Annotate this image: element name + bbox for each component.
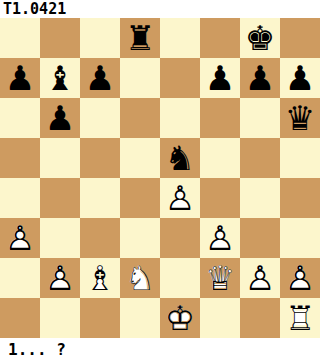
square-e1[interactable]: ♚♔ — [160, 298, 200, 338]
square-f3[interactable]: ♟♙ — [200, 218, 240, 258]
black-pawn-piece: ♟ — [40, 98, 80, 138]
square-e5[interactable]: ♞ — [160, 138, 200, 178]
white-rook-fill: ♜ — [280, 298, 320, 338]
square-a7[interactable]: ♟ — [0, 58, 40, 98]
square-e8[interactable] — [160, 18, 200, 58]
white-bishop-piece: ♗ — [80, 258, 120, 298]
white-king-piece: ♔ — [160, 298, 200, 338]
white-knight-piece: ♘ — [120, 258, 160, 298]
square-d5[interactable] — [120, 138, 160, 178]
square-c8[interactable] — [80, 18, 120, 58]
square-f1[interactable] — [200, 298, 240, 338]
white-queen-piece: ♕ — [200, 258, 240, 298]
square-g5[interactable] — [240, 138, 280, 178]
white-king-fill: ♚ — [160, 298, 200, 338]
white-bishop-fill: ♝ — [80, 258, 120, 298]
square-b3[interactable] — [40, 218, 80, 258]
square-c3[interactable] — [80, 218, 120, 258]
square-e6[interactable] — [160, 98, 200, 138]
white-pawn-fill: ♟ — [280, 258, 320, 298]
square-g3[interactable] — [240, 218, 280, 258]
square-c6[interactable] — [80, 98, 120, 138]
square-h8[interactable] — [280, 18, 320, 58]
square-h2[interactable]: ♟♙ — [280, 258, 320, 298]
square-a1[interactable] — [0, 298, 40, 338]
white-pawn-fill: ♟ — [240, 258, 280, 298]
white-pawn-piece: ♙ — [280, 258, 320, 298]
black-queen-piece: ♛ — [280, 98, 320, 138]
square-b2[interactable]: ♟♙ — [40, 258, 80, 298]
square-f5[interactable] — [200, 138, 240, 178]
square-a5[interactable] — [0, 138, 40, 178]
square-g2[interactable]: ♟♙ — [240, 258, 280, 298]
square-f4[interactable] — [200, 178, 240, 218]
white-pawn-fill: ♟ — [40, 258, 80, 298]
chess-board: ♜♚♟♝♟♟♟♟♟♛♞♟♙♟♙♟♙♟♙♝♗♞♘♛♕♟♙♟♙♚♔♜♖ — [0, 18, 320, 338]
square-h5[interactable] — [280, 138, 320, 178]
square-h1[interactable]: ♜♖ — [280, 298, 320, 338]
white-pawn-piece: ♙ — [160, 178, 200, 218]
square-b7[interactable]: ♝ — [40, 58, 80, 98]
square-a4[interactable] — [0, 178, 40, 218]
square-d8[interactable]: ♜ — [120, 18, 160, 58]
square-g8[interactable]: ♚ — [240, 18, 280, 58]
square-b6[interactable]: ♟ — [40, 98, 80, 138]
white-pawn-piece: ♙ — [200, 218, 240, 258]
black-pawn-piece: ♟ — [200, 58, 240, 98]
black-king-piece: ♚ — [240, 18, 280, 58]
square-c2[interactable]: ♝♗ — [80, 258, 120, 298]
square-d7[interactable] — [120, 58, 160, 98]
square-h3[interactable] — [280, 218, 320, 258]
square-c4[interactable] — [80, 178, 120, 218]
square-d3[interactable] — [120, 218, 160, 258]
white-pawn-fill: ♟ — [0, 218, 40, 258]
square-c5[interactable] — [80, 138, 120, 178]
square-c7[interactable]: ♟ — [80, 58, 120, 98]
black-knight-piece: ♞ — [160, 138, 200, 178]
square-g1[interactable] — [240, 298, 280, 338]
square-g6[interactable] — [240, 98, 280, 138]
move-prompt: 1... ? — [0, 338, 320, 360]
square-d4[interactable] — [120, 178, 160, 218]
black-bishop-piece: ♝ — [40, 58, 80, 98]
white-knight-fill: ♞ — [120, 258, 160, 298]
white-pawn-piece: ♙ — [240, 258, 280, 298]
white-rook-piece: ♖ — [280, 298, 320, 338]
square-d1[interactable] — [120, 298, 160, 338]
square-f2[interactable]: ♛♕ — [200, 258, 240, 298]
white-pawn-fill: ♟ — [160, 178, 200, 218]
square-a6[interactable] — [0, 98, 40, 138]
black-rook-piece: ♜ — [120, 18, 160, 58]
square-b8[interactable] — [40, 18, 80, 58]
black-pawn-piece: ♟ — [0, 58, 40, 98]
square-g4[interactable] — [240, 178, 280, 218]
black-pawn-piece: ♟ — [240, 58, 280, 98]
square-f8[interactable] — [200, 18, 240, 58]
square-g7[interactable]: ♟ — [240, 58, 280, 98]
square-a3[interactable]: ♟♙ — [0, 218, 40, 258]
puzzle-title: T1.0421 — [0, 0, 320, 18]
black-pawn-piece: ♟ — [280, 58, 320, 98]
black-pawn-piece: ♟ — [80, 58, 120, 98]
square-h7[interactable]: ♟ — [280, 58, 320, 98]
square-f6[interactable] — [200, 98, 240, 138]
square-h6[interactable]: ♛ — [280, 98, 320, 138]
square-e4[interactable]: ♟♙ — [160, 178, 200, 218]
square-e7[interactable] — [160, 58, 200, 98]
white-pawn-piece: ♙ — [0, 218, 40, 258]
square-f7[interactable]: ♟ — [200, 58, 240, 98]
square-a2[interactable] — [0, 258, 40, 298]
white-pawn-piece: ♙ — [40, 258, 80, 298]
square-e2[interactable] — [160, 258, 200, 298]
square-a8[interactable] — [0, 18, 40, 58]
white-queen-fill: ♛ — [200, 258, 240, 298]
square-b5[interactable] — [40, 138, 80, 178]
square-d6[interactable] — [120, 98, 160, 138]
square-c1[interactable] — [80, 298, 120, 338]
square-d2[interactable]: ♞♘ — [120, 258, 160, 298]
white-pawn-fill: ♟ — [200, 218, 240, 258]
square-e3[interactable] — [160, 218, 200, 258]
square-b4[interactable] — [40, 178, 80, 218]
square-h4[interactable] — [280, 178, 320, 218]
square-b1[interactable] — [40, 298, 80, 338]
